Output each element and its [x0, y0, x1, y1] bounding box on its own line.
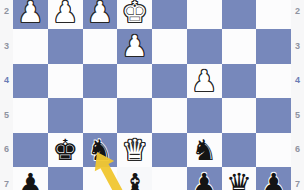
square-c3[interactable] [187, 29, 222, 64]
square-d4[interactable] [152, 64, 187, 99]
rank-label-3: 3 [291, 29, 304, 64]
square-d2[interactable] [152, 0, 187, 29]
square-d5[interactable] [152, 98, 187, 133]
square-f2[interactable]: ♟ [83, 0, 118, 29]
square-g3[interactable] [48, 29, 83, 64]
square-d3[interactable] [152, 29, 187, 64]
square-f4[interactable] [83, 64, 118, 99]
rank-label-2: 2 [0, 0, 13, 29]
rank-label-6: 6 [0, 133, 13, 168]
square-a5[interactable] [256, 98, 291, 133]
rank-label-2: 2 [291, 0, 304, 29]
white-pawn-c4[interactable]: ♟ [187, 64, 222, 99]
white-pawn-f2[interactable]: ♟ [83, 0, 118, 29]
square-f3[interactable] [83, 29, 118, 64]
rank-label-7: 7 [0, 167, 13, 190]
black-king-g6[interactable]: ♚ [48, 133, 83, 168]
rank-label-4: 4 [291, 64, 304, 99]
square-g4[interactable] [48, 64, 83, 99]
rank-label-7: 7 [291, 167, 304, 190]
rank-label-3: 3 [0, 29, 13, 64]
square-e3[interactable]: ♟ [117, 29, 152, 64]
square-c7[interactable]: ♟ [187, 167, 222, 190]
square-g2[interactable]: ♟ [48, 0, 83, 29]
white-king-e2[interactable]: ♚ [117, 0, 152, 29]
square-b7[interactable]: ♛ [222, 167, 257, 190]
white-queen-e6[interactable]: ♛ [117, 133, 152, 168]
square-h4[interactable] [13, 64, 48, 99]
black-pawn-a7[interactable]: ♟ [256, 167, 291, 190]
white-pawn-e3[interactable]: ♟ [117, 29, 152, 64]
black-queen-b7[interactable]: ♛ [222, 167, 257, 190]
square-c5[interactable] [187, 98, 222, 133]
square-a3[interactable] [256, 29, 291, 64]
square-e2[interactable]: ♚ [117, 0, 152, 29]
square-h2[interactable]: ♟ [13, 0, 48, 29]
black-knight-f6[interactable]: ♞ [83, 133, 118, 168]
square-h3[interactable] [13, 29, 48, 64]
square-h5[interactable] [13, 98, 48, 133]
black-pawn-c7[interactable]: ♟ [187, 167, 222, 190]
white-pawn-g2[interactable]: ♟ [48, 0, 83, 29]
square-g6[interactable]: ♚ [48, 133, 83, 168]
square-f7[interactable] [83, 167, 118, 190]
rank-label-5: 5 [291, 98, 304, 133]
rank-label-6: 6 [291, 133, 304, 168]
square-e7[interactable]: ♝ [117, 167, 152, 190]
square-b5[interactable] [222, 98, 257, 133]
rank-labels-right: 234567 [291, 0, 304, 190]
white-pawn-h2[interactable]: ♟ [13, 0, 48, 29]
square-b3[interactable] [222, 29, 257, 64]
square-d6[interactable] [152, 133, 187, 168]
square-e6[interactable]: ♛ [117, 133, 152, 168]
square-b2[interactable] [222, 0, 257, 29]
rank-labels-left: 234567 [0, 0, 13, 190]
square-f6[interactable]: ♞ [83, 133, 118, 168]
board: ♟♟♟♚♟♟♚♞♛♞♟♝♟♛♟ [13, 0, 291, 190]
square-a7[interactable]: ♟ [256, 167, 291, 190]
square-g5[interactable] [48, 98, 83, 133]
square-c6[interactable]: ♞ [187, 133, 222, 168]
square-e5[interactable] [117, 98, 152, 133]
square-f5[interactable] [83, 98, 118, 133]
black-knight-c6[interactable]: ♞ [187, 133, 222, 168]
chess-board-screenshot: 234567 ♟♟♟♚♟♟♚♞♛♞♟♝♟♛♟ 234567 [0, 0, 304, 190]
square-e4[interactable] [117, 64, 152, 99]
square-c2[interactable] [187, 0, 222, 29]
square-b4[interactable] [222, 64, 257, 99]
black-bishop-e7[interactable]: ♝ [117, 167, 152, 190]
square-h7[interactable]: ♟ [13, 167, 48, 190]
rank-label-4: 4 [0, 64, 13, 99]
square-a6[interactable] [256, 133, 291, 168]
square-c4[interactable]: ♟ [187, 64, 222, 99]
square-h6[interactable] [13, 133, 48, 168]
square-b6[interactable] [222, 133, 257, 168]
rank-label-5: 5 [0, 98, 13, 133]
square-a2[interactable] [256, 0, 291, 29]
square-a4[interactable] [256, 64, 291, 99]
square-d7[interactable] [152, 167, 187, 190]
black-pawn-h7[interactable]: ♟ [13, 167, 48, 190]
square-g7[interactable] [48, 167, 83, 190]
